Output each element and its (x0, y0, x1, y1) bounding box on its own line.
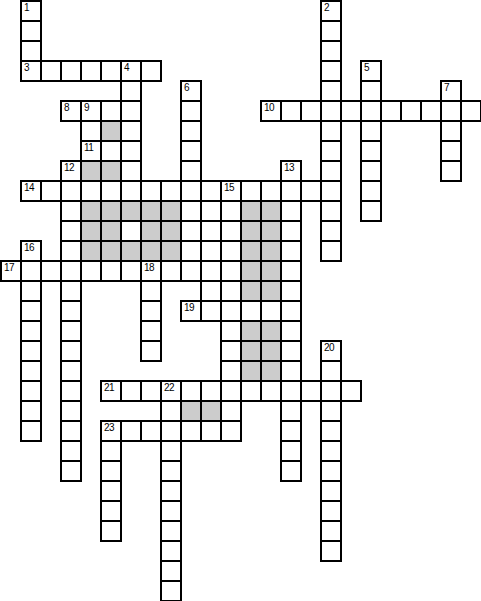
clue-number: 21 (104, 382, 114, 393)
grid-cell[interactable] (180, 200, 202, 222)
grid-cell[interactable] (320, 460, 342, 482)
grid-cell[interactable]: 8 (60, 100, 82, 122)
grid-cell[interactable] (280, 340, 302, 362)
grid-cell[interactable] (160, 400, 182, 422)
grid-cell[interactable] (360, 180, 382, 202)
grid-cell-shaded[interactable] (80, 200, 102, 222)
grid-cell[interactable] (280, 180, 302, 202)
grid-cell[interactable] (200, 280, 222, 302)
grid-cell[interactable]: 6 (180, 80, 202, 102)
grid-cell[interactable] (100, 440, 122, 462)
grid-cell[interactable] (440, 100, 462, 122)
grid-cell[interactable] (320, 540, 342, 562)
clue-number: 15 (224, 182, 234, 193)
grid-cell[interactable] (100, 180, 122, 202)
grid-cell[interactable] (120, 220, 142, 242)
grid-cell[interactable] (120, 100, 142, 122)
grid-cell[interactable] (440, 160, 462, 182)
grid-cell-shaded[interactable] (140, 220, 162, 242)
grid-cell[interactable] (140, 380, 162, 402)
grid-cell[interactable] (220, 380, 242, 402)
grid-cell[interactable] (200, 200, 222, 222)
grid-cell[interactable] (220, 280, 242, 302)
grid-cell[interactable] (360, 140, 382, 162)
grid-cell[interactable] (320, 220, 342, 242)
clue-number: 19 (184, 302, 194, 313)
grid-cell-shaded[interactable] (240, 240, 262, 262)
grid-cell[interactable] (380, 100, 402, 122)
grid-cell[interactable] (340, 100, 362, 122)
grid-cell[interactable] (220, 420, 242, 442)
grid-cell[interactable] (320, 120, 342, 142)
grid-cell[interactable] (240, 180, 262, 202)
grid-cell[interactable] (180, 220, 202, 242)
grid-cell[interactable] (320, 100, 342, 122)
grid-cell[interactable] (220, 400, 242, 422)
grid-cell[interactable] (200, 180, 222, 202)
grid-cell-shaded[interactable] (260, 240, 282, 262)
grid-cell[interactable]: 16 (20, 240, 42, 262)
grid-cell-shaded[interactable] (100, 220, 122, 242)
grid-cell-shaded[interactable] (80, 240, 102, 262)
grid-cell[interactable] (100, 480, 122, 502)
grid-cell[interactable] (260, 300, 282, 322)
grid-cell[interactable] (60, 320, 82, 342)
grid-cell[interactable] (80, 180, 102, 202)
grid-cell[interactable] (320, 40, 342, 62)
clue-number: 13 (284, 162, 294, 173)
grid-cell[interactable] (220, 260, 242, 282)
grid-cell[interactable] (320, 240, 342, 262)
grid-cell[interactable] (300, 100, 322, 122)
grid-cell[interactable] (120, 80, 142, 102)
grid-cell[interactable] (180, 180, 202, 202)
grid-cell[interactable] (320, 60, 342, 82)
grid-cell[interactable] (200, 380, 222, 402)
grid-cell-shaded[interactable] (260, 200, 282, 222)
grid-cell[interactable] (320, 200, 342, 222)
grid-cell[interactable] (180, 260, 202, 282)
grid-cell-shaded[interactable] (260, 320, 282, 342)
grid-cell[interactable] (140, 180, 162, 202)
grid-cell[interactable]: 23 (100, 420, 122, 442)
grid-cell[interactable] (220, 240, 242, 262)
grid-cell-shaded[interactable] (260, 360, 282, 382)
grid-cell[interactable]: 1 (20, 0, 42, 22)
clue-number: 10 (264, 102, 274, 113)
grid-cell[interactable] (120, 420, 142, 442)
grid-cell[interactable] (180, 100, 202, 122)
grid-cell-shaded[interactable] (260, 260, 282, 282)
grid-cell-shaded[interactable] (200, 400, 222, 422)
grid-cell[interactable] (160, 500, 182, 522)
grid-cell[interactable] (140, 280, 162, 302)
grid-cell[interactable]: 18 (140, 260, 162, 282)
grid-cell[interactable] (420, 100, 442, 122)
grid-cell[interactable] (220, 340, 242, 362)
grid-cell-shaded[interactable] (260, 280, 282, 302)
grid-cell[interactable] (160, 440, 182, 462)
grid-cell-shaded[interactable] (260, 340, 282, 362)
grid-cell[interactable] (320, 500, 342, 522)
grid-cell[interactable] (140, 340, 162, 362)
grid-cell-shaded[interactable] (240, 340, 262, 362)
grid-cell[interactable]: 15 (220, 180, 242, 202)
grid-cell[interactable] (280, 400, 302, 422)
grid-cell[interactable]: 12 (60, 160, 82, 182)
grid-cell[interactable] (360, 120, 382, 142)
grid-cell-shaded[interactable] (100, 240, 122, 262)
grid-cell[interactable] (120, 140, 142, 162)
grid-cell[interactable] (200, 240, 222, 262)
grid-cell[interactable] (320, 440, 342, 462)
grid-cell[interactable]: 14 (20, 180, 42, 202)
clue-number: 3 (24, 62, 29, 73)
grid-cell[interactable] (60, 300, 82, 322)
grid-cell[interactable] (140, 60, 162, 82)
grid-cell[interactable] (100, 260, 122, 282)
grid-cell[interactable]: 2 (320, 0, 342, 22)
grid-cell[interactable]: 17 (0, 260, 22, 282)
grid-cell[interactable] (320, 420, 342, 442)
grid-cell[interactable]: 3 (20, 60, 42, 82)
clue-number: 18 (144, 262, 154, 273)
grid-cell[interactable] (160, 480, 182, 502)
grid-cell[interactable] (220, 360, 242, 382)
grid-cell[interactable] (60, 180, 82, 202)
grid-cell[interactable] (20, 400, 42, 422)
grid-cell-shaded[interactable] (240, 260, 262, 282)
grid-cell[interactable] (200, 220, 222, 242)
clue-number: 9 (84, 102, 89, 113)
grid-cell[interactable]: 10 (260, 100, 282, 122)
grid-cell[interactable] (100, 500, 122, 522)
grid-cell[interactable] (60, 440, 82, 462)
grid-cell[interactable] (60, 260, 82, 282)
grid-cell[interactable] (280, 260, 302, 282)
grid-cell[interactable] (160, 560, 182, 582)
grid-cell[interactable] (300, 380, 322, 402)
grid-cell[interactable] (320, 480, 342, 502)
grid-cell[interactable] (280, 240, 302, 262)
grid-cell[interactable]: 13 (280, 160, 302, 182)
clue-number: 8 (64, 102, 69, 113)
grid-cell[interactable] (40, 260, 62, 282)
grid-cell-shaded[interactable] (100, 120, 122, 142)
grid-cell-shaded[interactable] (260, 220, 282, 242)
grid-cell[interactable] (280, 100, 302, 122)
grid-cell[interactable] (320, 400, 342, 422)
grid-cell[interactable] (280, 320, 302, 342)
grid-cell[interactable]: 5 (360, 60, 382, 82)
clue-number: 2 (324, 2, 329, 13)
grid-cell-shaded[interactable] (240, 360, 262, 382)
grid-cell-shaded[interactable] (160, 200, 182, 222)
grid-cell[interactable] (160, 260, 182, 282)
grid-cell[interactable] (20, 280, 42, 302)
grid-cell[interactable] (160, 520, 182, 542)
grid-cell[interactable] (120, 180, 142, 202)
clue-number: 22 (164, 382, 174, 393)
grid-cell[interactable] (20, 420, 42, 442)
grid-cell[interactable] (280, 200, 302, 222)
grid-cell[interactable] (160, 180, 182, 202)
grid-cell[interactable] (120, 120, 142, 142)
grid-cell[interactable]: 11 (80, 140, 102, 162)
grid-cell[interactable] (320, 180, 342, 202)
grid-cell-shaded[interactable] (100, 200, 122, 222)
grid-cell[interactable] (160, 420, 182, 442)
grid-cell[interactable] (320, 20, 342, 42)
grid-cell[interactable] (60, 280, 82, 302)
grid-cell[interactable] (280, 460, 302, 482)
crossword-grid: 1234567891011121314151617181920212223 (0, 0, 481, 601)
grid-cell[interactable]: 9 (80, 100, 102, 122)
grid-cell[interactable] (320, 360, 342, 382)
grid-cell[interactable] (280, 360, 302, 382)
grid-cell[interactable] (280, 440, 302, 462)
grid-cell[interactable]: 19 (180, 300, 202, 322)
grid-cell[interactable] (360, 200, 382, 222)
grid-cell[interactable] (20, 260, 42, 282)
grid-cell[interactable] (100, 60, 122, 82)
grid-cell[interactable] (260, 180, 282, 202)
grid-cell[interactable] (80, 60, 102, 82)
clue-number: 5 (364, 62, 369, 73)
grid-cell[interactable] (80, 260, 102, 282)
grid-cell[interactable] (20, 300, 42, 322)
grid-cell[interactable] (60, 400, 82, 422)
grid-cell[interactable] (320, 380, 342, 402)
grid-cell[interactable] (180, 420, 202, 442)
grid-cell[interactable] (120, 380, 142, 402)
grid-cell-shaded[interactable] (240, 280, 262, 302)
grid-cell[interactable] (40, 180, 62, 202)
grid-cell[interactable] (20, 340, 42, 362)
grid-cell[interactable] (440, 140, 462, 162)
grid-cell-shaded[interactable] (160, 220, 182, 242)
clue-number: 20 (324, 342, 334, 353)
grid-cell[interactable] (180, 140, 202, 162)
grid-cell[interactable] (180, 120, 202, 142)
grid-cell[interactable] (180, 380, 202, 402)
grid-cell[interactable] (280, 280, 302, 302)
grid-cell[interactable] (60, 60, 82, 82)
grid-cell[interactable] (240, 300, 262, 322)
grid-cell[interactable] (220, 200, 242, 222)
grid-cell[interactable] (440, 120, 462, 142)
grid-cell-shaded[interactable] (140, 200, 162, 222)
grid-cell-shaded[interactable] (140, 240, 162, 262)
grid-cell[interactable] (60, 200, 82, 222)
grid-cell[interactable]: 21 (100, 380, 122, 402)
grid-cell[interactable] (200, 420, 222, 442)
grid-cell-shaded[interactable] (240, 220, 262, 242)
clue-number: 7 (444, 82, 449, 93)
grid-cell[interactable] (280, 420, 302, 442)
grid-cell[interactable] (140, 320, 162, 342)
grid-cell[interactable]: 22 (160, 380, 182, 402)
grid-cell[interactable] (300, 180, 322, 202)
grid-cell[interactable] (120, 260, 142, 282)
grid-cell[interactable] (60, 340, 82, 362)
grid-cell[interactable] (20, 360, 42, 382)
grid-cell[interactable] (360, 80, 382, 102)
grid-cell[interactable] (60, 240, 82, 262)
grid-cell[interactable] (220, 320, 242, 342)
grid-cell[interactable] (280, 300, 302, 322)
clue-number: 17 (4, 262, 14, 273)
grid-cell[interactable] (200, 300, 222, 322)
grid-cell[interactable] (60, 460, 82, 482)
grid-cell[interactable] (460, 100, 481, 122)
grid-cell[interactable] (100, 520, 122, 542)
grid-cell[interactable] (260, 380, 282, 402)
clue-number: 1 (24, 2, 29, 13)
clue-number: 11 (84, 142, 93, 153)
grid-cell[interactable] (80, 120, 102, 142)
grid-cell[interactable] (320, 160, 342, 182)
grid-cell-shaded[interactable] (120, 200, 142, 222)
grid-cell[interactable] (100, 100, 122, 122)
grid-cell[interactable] (120, 160, 142, 182)
grid-cell[interactable] (240, 380, 262, 402)
grid-cell[interactable] (100, 140, 122, 162)
grid-cell[interactable] (40, 60, 62, 82)
clue-number: 16 (24, 242, 34, 253)
grid-cell-shaded[interactable] (80, 220, 102, 242)
grid-cell[interactable] (340, 380, 362, 402)
grid-cell[interactable] (200, 260, 222, 282)
clue-number: 12 (64, 162, 74, 173)
grid-cell-shaded[interactable] (160, 240, 182, 262)
grid-cell[interactable] (360, 100, 382, 122)
grid-cell-shaded[interactable] (100, 160, 122, 182)
grid-cell[interactable] (320, 520, 342, 542)
grid-cell[interactable] (220, 220, 242, 242)
grid-cell[interactable]: 7 (440, 80, 462, 102)
grid-cell[interactable] (100, 460, 122, 482)
grid-cell-shaded[interactable] (180, 400, 202, 422)
grid-cell[interactable] (180, 240, 202, 262)
grid-cell[interactable] (160, 460, 182, 482)
grid-cell[interactable]: 20 (320, 340, 342, 362)
grid-cell[interactable] (360, 160, 382, 182)
clue-number: 4 (124, 62, 129, 73)
grid-cell[interactable] (60, 360, 82, 382)
grid-cell[interactable] (180, 160, 202, 182)
grid-cell-shaded[interactable] (120, 240, 142, 262)
grid-cell[interactable] (60, 220, 82, 242)
grid-cell[interactable] (20, 40, 42, 62)
grid-cell[interactable] (280, 220, 302, 242)
grid-cell[interactable] (20, 320, 42, 342)
grid-cell[interactable] (140, 420, 162, 442)
grid-cell[interactable] (280, 380, 302, 402)
grid-cell[interactable] (220, 300, 242, 322)
grid-cell[interactable] (20, 20, 42, 42)
grid-cell[interactable] (160, 540, 182, 562)
grid-cell[interactable] (140, 300, 162, 322)
grid-cell[interactable] (160, 580, 182, 601)
clue-number: 14 (24, 182, 34, 193)
grid-cell[interactable] (60, 420, 82, 442)
clue-number: 6 (184, 82, 189, 93)
grid-cell[interactable] (320, 140, 342, 162)
clue-number: 23 (104, 422, 114, 433)
grid-cell-shaded[interactable] (80, 160, 102, 182)
grid-cell[interactable] (20, 380, 42, 402)
grid-cell[interactable] (320, 80, 342, 102)
grid-cell[interactable] (60, 380, 82, 402)
grid-cell[interactable] (400, 100, 422, 122)
grid-cell-shaded[interactable] (240, 200, 262, 222)
grid-cell[interactable]: 4 (120, 60, 142, 82)
grid-cell-shaded[interactable] (240, 320, 262, 342)
